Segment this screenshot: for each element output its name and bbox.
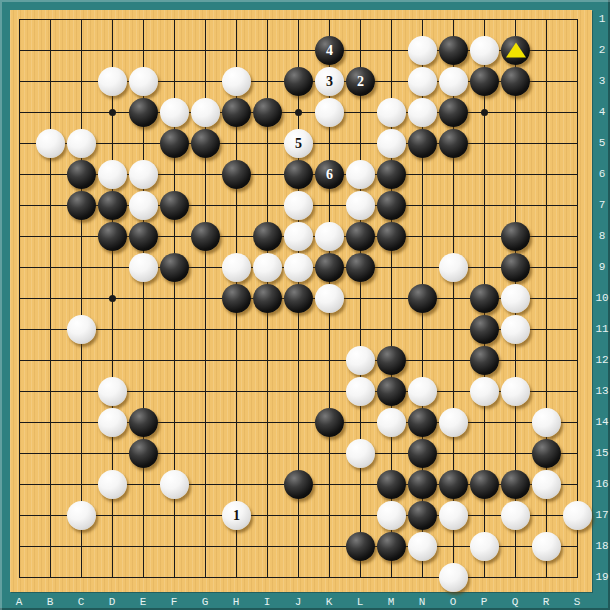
stone-J7[interactable] (284, 191, 313, 220)
move-number-3: 3 (315, 67, 344, 96)
col-label-B: B (40, 595, 60, 609)
stone-E8[interactable] (129, 222, 158, 251)
stone-P18[interactable] (470, 532, 499, 561)
stone-O17[interactable] (439, 501, 468, 530)
stone-K2[interactable]: 4 (315, 36, 344, 65)
stone-M16[interactable] (377, 470, 406, 499)
row-label-7: 7 (592, 198, 610, 212)
stone-M6[interactable] (377, 160, 406, 189)
grid-line (19, 453, 578, 454)
stone-C7[interactable] (67, 191, 96, 220)
stone-N17[interactable] (408, 501, 437, 530)
stone-R18[interactable] (532, 532, 561, 561)
stone-E4[interactable] (129, 98, 158, 127)
col-label-N: N (412, 595, 432, 609)
stone-O2[interactable] (439, 36, 468, 65)
stone-K8[interactable] (315, 222, 344, 251)
stone-L18[interactable] (346, 532, 375, 561)
stone-C17[interactable] (67, 501, 96, 530)
stone-O3[interactable] (439, 67, 468, 96)
stone-N2[interactable] (408, 36, 437, 65)
stone-M17[interactable] (377, 501, 406, 530)
stone-P2[interactable] (470, 36, 499, 65)
stone-O4[interactable] (439, 98, 468, 127)
goban[interactable]: 432561 (10, 10, 592, 592)
stone-N5[interactable] (408, 129, 437, 158)
stone-P3[interactable] (470, 67, 499, 96)
col-label-O: O (443, 595, 463, 609)
stone-O19[interactable] (439, 563, 468, 592)
col-label-I: I (257, 595, 277, 609)
stone-O16[interactable] (439, 470, 468, 499)
move-number-5: 5 (284, 129, 313, 158)
stone-P11[interactable] (470, 315, 499, 344)
stone-N18[interactable] (408, 532, 437, 561)
stone-M4[interactable] (377, 98, 406, 127)
stone-I10[interactable] (253, 284, 282, 313)
stone-K14[interactable] (315, 408, 344, 437)
col-label-D: D (102, 595, 122, 609)
stone-M5[interactable] (377, 129, 406, 158)
stone-J5[interactable]: 5 (284, 129, 313, 158)
stone-I9[interactable] (253, 253, 282, 282)
row-label-5: 5 (592, 136, 610, 150)
stone-N14[interactable] (408, 408, 437, 437)
stone-E3[interactable] (129, 67, 158, 96)
stone-O5[interactable] (439, 129, 468, 158)
row-label-14: 14 (592, 415, 610, 429)
stone-H9[interactable] (222, 253, 251, 282)
stone-R14[interactable] (532, 408, 561, 437)
stone-M7[interactable] (377, 191, 406, 220)
stone-D6[interactable] (98, 160, 127, 189)
move-number-1: 1 (222, 501, 251, 530)
stone-P12[interactable] (470, 346, 499, 375)
row-label-2: 2 (592, 43, 610, 57)
row-label-11: 11 (592, 322, 610, 336)
stone-L13[interactable] (346, 377, 375, 406)
stone-P16[interactable] (470, 470, 499, 499)
stone-E6[interactable] (129, 160, 158, 189)
stone-E9[interactable] (129, 253, 158, 282)
stone-E14[interactable] (129, 408, 158, 437)
stone-F5[interactable] (160, 129, 189, 158)
star-point (481, 109, 488, 116)
col-label-A: A (9, 595, 29, 609)
star-point (295, 109, 302, 116)
stone-Q16[interactable] (501, 470, 530, 499)
stone-F16[interactable] (160, 470, 189, 499)
stone-K9[interactable] (315, 253, 344, 282)
stone-K3[interactable]: 3 (315, 67, 344, 96)
move-number-4: 4 (315, 36, 344, 65)
stone-H4[interactable] (222, 98, 251, 127)
row-label-17: 17 (592, 508, 610, 522)
stone-L8[interactable] (346, 222, 375, 251)
stone-N3[interactable] (408, 67, 437, 96)
stone-Q17[interactable] (501, 501, 530, 530)
stone-S17[interactable] (563, 501, 592, 530)
stone-M18[interactable] (377, 532, 406, 561)
stone-L3[interactable]: 2 (346, 67, 375, 96)
star-point (109, 295, 116, 302)
col-label-G: G (195, 595, 215, 609)
row-label-13: 13 (592, 384, 610, 398)
row-label-18: 18 (592, 539, 610, 553)
col-label-S: S (567, 595, 587, 609)
stone-J3[interactable] (284, 67, 313, 96)
row-label-10: 10 (592, 291, 610, 305)
stone-L15[interactable] (346, 439, 375, 468)
stone-B5[interactable] (36, 129, 65, 158)
col-label-R: R (536, 595, 556, 609)
stone-D8[interactable] (98, 222, 127, 251)
move-number-2: 2 (346, 67, 375, 96)
stone-K6[interactable]: 6 (315, 160, 344, 189)
stone-K4[interactable] (315, 98, 344, 127)
row-label-19: 19 (592, 570, 610, 584)
stone-Q3[interactable] (501, 67, 530, 96)
stone-D3[interactable] (98, 67, 127, 96)
stone-H10[interactable] (222, 284, 251, 313)
stone-H17[interactable]: 1 (222, 501, 251, 530)
stone-H3[interactable] (222, 67, 251, 96)
stone-N4[interactable] (408, 98, 437, 127)
grid-line (360, 19, 361, 578)
row-label-15: 15 (592, 446, 610, 460)
move-number-6: 6 (315, 160, 344, 189)
grid-line (19, 577, 578, 578)
stone-G4[interactable] (191, 98, 220, 127)
stone-Q10[interactable] (501, 284, 530, 313)
stone-O14[interactable] (439, 408, 468, 437)
stone-N15[interactable] (408, 439, 437, 468)
col-label-H: H (226, 595, 246, 609)
triangle-marker (506, 42, 526, 57)
stone-O9[interactable] (439, 253, 468, 282)
col-label-E: E (133, 595, 153, 609)
stone-K10[interactable] (315, 284, 344, 313)
stone-J9[interactable] (284, 253, 313, 282)
stone-F7[interactable] (160, 191, 189, 220)
stone-C5[interactable] (67, 129, 96, 158)
stone-L12[interactable] (346, 346, 375, 375)
stone-Q11[interactable] (501, 315, 530, 344)
stone-N16[interactable] (408, 470, 437, 499)
stone-M14[interactable] (377, 408, 406, 437)
row-label-6: 6 (592, 167, 610, 181)
row-label-8: 8 (592, 229, 610, 243)
stone-G5[interactable] (191, 129, 220, 158)
stone-L7[interactable] (346, 191, 375, 220)
col-label-P: P (474, 595, 494, 609)
stone-G8[interactable] (191, 222, 220, 251)
stone-C11[interactable] (67, 315, 96, 344)
stone-Q8[interactable] (501, 222, 530, 251)
stone-E7[interactable] (129, 191, 158, 220)
stone-D16[interactable] (98, 470, 127, 499)
col-label-C: C (71, 595, 91, 609)
board-frame: 432561 ABCDEFGHIJKLMNOPQRS 1234567891011… (0, 0, 610, 610)
stone-Q9[interactable] (501, 253, 530, 282)
stone-M12[interactable] (377, 346, 406, 375)
stone-D13[interactable] (98, 377, 127, 406)
row-label-12: 12 (592, 353, 610, 367)
stone-J10[interactable] (284, 284, 313, 313)
stone-J16[interactable] (284, 470, 313, 499)
stone-M13[interactable] (377, 377, 406, 406)
stone-E15[interactable] (129, 439, 158, 468)
stone-D14[interactable] (98, 408, 127, 437)
col-label-Q: Q (505, 595, 525, 609)
stone-R15[interactable] (532, 439, 561, 468)
col-label-M: M (381, 595, 401, 609)
stone-R16[interactable] (532, 470, 561, 499)
col-label-F: F (164, 595, 184, 609)
stone-Q13[interactable] (501, 377, 530, 406)
row-label-1: 1 (592, 12, 610, 26)
stone-M8[interactable] (377, 222, 406, 251)
col-label-J: J (288, 595, 308, 609)
stone-H6[interactable] (222, 160, 251, 189)
stone-I8[interactable] (253, 222, 282, 251)
stone-F9[interactable] (160, 253, 189, 282)
stone-J6[interactable] (284, 160, 313, 189)
stone-Q2[interactable] (501, 36, 530, 65)
stone-F4[interactable] (160, 98, 189, 127)
stone-N13[interactable] (408, 377, 437, 406)
stone-J8[interactable] (284, 222, 313, 251)
stone-L6[interactable] (346, 160, 375, 189)
star-point (109, 109, 116, 116)
grid-line (577, 19, 578, 578)
stone-N10[interactable] (408, 284, 437, 313)
col-label-L: L (350, 595, 370, 609)
row-label-9: 9 (592, 260, 610, 274)
stone-P10[interactable] (470, 284, 499, 313)
stone-C6[interactable] (67, 160, 96, 189)
grid-line (19, 515, 578, 516)
row-label-16: 16 (592, 477, 610, 491)
stone-I4[interactable] (253, 98, 282, 127)
row-label-3: 3 (592, 74, 610, 88)
col-label-K: K (319, 595, 339, 609)
stone-D7[interactable] (98, 191, 127, 220)
stone-L9[interactable] (346, 253, 375, 282)
stone-P13[interactable] (470, 377, 499, 406)
row-label-4: 4 (592, 105, 610, 119)
